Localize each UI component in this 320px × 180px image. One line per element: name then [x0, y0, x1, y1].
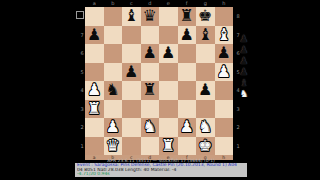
square-f4 [178, 81, 197, 100]
square-b5 [104, 63, 123, 82]
square-h8 [215, 7, 234, 26]
square-b2: ♟ [104, 118, 123, 137]
square-h4 [215, 81, 234, 100]
black-bishop: ♝ [122, 7, 141, 26]
engine-eval-line: -4.71/20 0.94s [77, 172, 245, 177]
black-knight: ♞ [104, 81, 123, 100]
captured-black-pawn: ♟ [238, 33, 250, 44]
square-c6 [122, 44, 141, 63]
square-h2 [215, 118, 234, 137]
square-e3 [159, 100, 178, 119]
square-c3 [122, 100, 141, 119]
white-rook: ♜ [85, 100, 104, 119]
square-f3 [178, 100, 197, 119]
square-b4: ♞ [104, 81, 123, 100]
square-g6 [196, 44, 215, 63]
file-label-h: h [215, 0, 234, 6]
square-d2: ♞ [141, 118, 160, 137]
square-g1: ♚ [196, 137, 215, 156]
game-info-panel: Event : Saragossa: Pins Defense, Castle … [75, 163, 247, 177]
rank-label-1: 1 [235, 137, 241, 156]
square-e8 [159, 7, 178, 26]
square-h7: ♝ [215, 26, 234, 45]
square-c5: ♟ [122, 63, 141, 82]
captured-white-knight: ♞ [238, 88, 250, 99]
square-a8 [85, 7, 104, 26]
square-g4: ♟ [196, 81, 215, 100]
rank-label-3: 3 [235, 100, 241, 119]
square-a7: ♟ [85, 26, 104, 45]
square-c1 [122, 137, 141, 156]
square-d1 [141, 137, 160, 156]
black-king: ♚ [196, 7, 215, 26]
black-bishop: ♝ [196, 26, 215, 45]
square-f2: ♟ [178, 118, 197, 137]
square-g7: ♝ [196, 26, 215, 45]
square-a5 [85, 63, 104, 82]
white-pawn: ♟ [104, 118, 123, 137]
square-f7: ♟ [178, 26, 197, 45]
black-pawn: ♟ [85, 26, 104, 45]
black-pawn: ♟ [141, 44, 160, 63]
square-d5 [141, 63, 160, 82]
captured-pieces-tray: ♟♟♟♟♝♞ [238, 33, 250, 99]
square-g5 [196, 63, 215, 82]
square-h6: ♟ [215, 44, 234, 63]
square-d7 [141, 26, 160, 45]
square-f8: ♜ [178, 7, 197, 26]
white-knight: ♞ [196, 118, 215, 137]
white-pawn: ♟ [178, 118, 197, 137]
square-f6 [178, 44, 197, 63]
square-b3 [104, 100, 123, 119]
square-c4 [122, 81, 141, 100]
square-d6: ♟ [141, 44, 160, 63]
square-f1 [178, 137, 197, 156]
white-rook: ♜ [159, 137, 178, 156]
square-a1 [85, 137, 104, 156]
square-h5: ♟ [215, 63, 234, 82]
square-g3 [196, 100, 215, 119]
square-a4: ♟ [85, 81, 104, 100]
square-c2 [122, 118, 141, 137]
captured-black-pawn: ♟ [238, 66, 250, 77]
black-rook: ♜ [178, 7, 197, 26]
square-a6 [85, 44, 104, 63]
file-label-e: e [159, 0, 178, 6]
captured-black-pawn: ♟ [238, 44, 250, 55]
square-e5 [159, 63, 178, 82]
square-b7 [104, 26, 123, 45]
rank-label-8: 8 [235, 7, 241, 26]
square-b1: ♛ [104, 137, 123, 156]
square-a2 [85, 118, 104, 137]
file-label-a: a [85, 0, 104, 6]
black-pawn: ♟ [215, 44, 234, 63]
square-b6 [104, 44, 123, 63]
rank-label-2: 2 [235, 118, 241, 137]
black-rook: ♜ [141, 81, 160, 100]
file-label-b: b [104, 0, 123, 6]
white-bishop: ♝ [215, 26, 234, 45]
white-pawn: ♟ [215, 63, 234, 82]
square-d4: ♜ [141, 81, 160, 100]
square-g8: ♚ [196, 7, 215, 26]
black-pawn: ♟ [178, 26, 197, 45]
square-e6: ♟ [159, 44, 178, 63]
captured-black-pawn: ♟ [238, 55, 250, 66]
chess-board: ♝♛♜♚♟♟♝♝♟♟♟♟♟♟♞♜♟♜♟♞♟♞♛♜♚ [85, 7, 233, 155]
square-a3: ♜ [85, 100, 104, 119]
square-d8: ♛ [141, 7, 160, 26]
square-f5 [178, 63, 197, 82]
white-king: ♚ [196, 137, 215, 156]
black-pawn: ♟ [196, 81, 215, 100]
square-h1 [215, 137, 234, 156]
square-d3 [141, 100, 160, 119]
square-g2: ♞ [196, 118, 215, 137]
square-c8: ♝ [122, 7, 141, 26]
square-h3 [215, 100, 234, 119]
white-pawn: ♟ [85, 81, 104, 100]
square-e7 [159, 26, 178, 45]
square-b8 [104, 7, 123, 26]
square-e4 [159, 81, 178, 100]
white-knight: ♞ [141, 118, 160, 137]
black-pawn: ♟ [159, 44, 178, 63]
black-pawn: ♟ [122, 63, 141, 82]
video-frame: abcdefgh 87654321 87654321 ♝♛♜♚♟♟♝♝♟♟♟♟♟… [0, 0, 320, 180]
square-e1: ♜ [159, 137, 178, 156]
black-to-move-indicator [76, 11, 84, 19]
white-queen: ♛ [104, 137, 123, 156]
black-queen: ♛ [141, 7, 160, 26]
square-c7 [122, 26, 141, 45]
square-e2 [159, 118, 178, 137]
captured-black-bishop: ♝ [238, 77, 250, 88]
